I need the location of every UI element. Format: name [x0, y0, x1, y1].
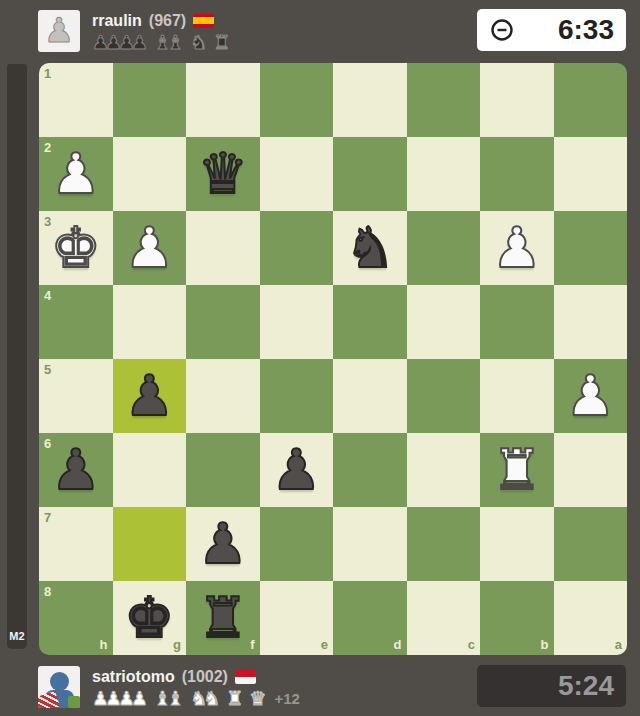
opponent-captured-pieces: ♟♟♟♟♝♝♞♜	[92, 31, 230, 53]
square-c8[interactable]: c	[407, 581, 481, 655]
captured-piece-group: ♞♞	[190, 687, 220, 709]
square-c4[interactable]	[407, 285, 481, 359]
square-c7[interactable]	[407, 507, 481, 581]
file-label-g: g	[173, 638, 181, 651]
rank-label-4: 4	[44, 289, 51, 302]
file-label-f: f	[250, 638, 254, 651]
chess-game-screen: ♟ rraulin (967) ♟♟♟♟♝♝♞♜ 6:33 M2 12♟♛3♚♟…	[0, 0, 640, 716]
square-e2[interactable]	[260, 137, 334, 211]
square-a7[interactable]	[554, 507, 628, 581]
online-status-badge	[68, 696, 80, 708]
captured-piece-group: ♜	[213, 31, 230, 53]
player-name-row[interactable]: satriotomo (1002)	[92, 667, 256, 687]
black-knight-d3[interactable]: ♞	[345, 216, 395, 280]
square-f2[interactable]: ♛	[186, 137, 260, 211]
rank-label-7: 7	[44, 511, 51, 524]
evaluation-bar: M2	[7, 64, 27, 649]
player-name: satriotomo	[92, 668, 175, 686]
square-g8[interactable]: g♚	[113, 581, 187, 655]
indonesia-flag-icon	[235, 670, 256, 684]
square-g6[interactable]	[113, 433, 187, 507]
file-label-c: c	[468, 638, 475, 651]
file-label-b: b	[541, 638, 549, 651]
square-c3[interactable]	[407, 211, 481, 285]
square-g3[interactable]: ♟	[113, 211, 187, 285]
captured-piece-group: ♜	[226, 687, 243, 709]
square-b7[interactable]	[480, 507, 554, 581]
square-d5[interactable]	[333, 359, 407, 433]
avatar-head	[50, 672, 69, 691]
square-d3[interactable]: ♞	[333, 211, 407, 285]
player-time: 5:24	[477, 670, 626, 702]
square-e1[interactable]	[260, 63, 334, 137]
file-label-e: e	[321, 638, 328, 651]
captured-piece-group: ♟♟♟♟	[92, 687, 148, 709]
black-pawn-e6[interactable]: ♟	[271, 438, 321, 502]
file-label-h: h	[100, 638, 108, 651]
square-b8[interactable]: b	[480, 581, 554, 655]
rank-label-5: 5	[44, 363, 51, 376]
opponent-avatar[interactable]: ♟	[38, 10, 80, 52]
black-pawn-g5[interactable]: ♟	[124, 364, 174, 428]
opponent-rating: (967)	[149, 12, 186, 30]
square-d8[interactable]: d	[333, 581, 407, 655]
spain-flag-icon	[193, 14, 214, 28]
white-pawn-a5[interactable]: ♟	[565, 364, 615, 428]
square-f1[interactable]	[186, 63, 260, 137]
rank-label-6: 6	[44, 437, 51, 450]
white-rook-b6[interactable]: ♜	[492, 438, 542, 502]
opponent-clock: 6:33	[477, 9, 626, 51]
square-a6[interactable]	[554, 433, 628, 507]
opponent-time: 6:33	[514, 14, 626, 46]
opponent-bar: ♟ rraulin (967) ♟♟♟♟♝♝♞♜ 6:33	[0, 0, 640, 60]
square-e6[interactable]: ♟	[260, 433, 334, 507]
player-captured-pieces: ♟♟♟♟♝♝♞♞♜♛+12	[92, 687, 300, 709]
captured-piece-group: ♝♝	[154, 687, 184, 709]
square-c1[interactable]	[407, 63, 481, 137]
rank-label-8: 8	[44, 585, 51, 598]
square-e3[interactable]	[260, 211, 334, 285]
square-f6[interactable]	[186, 433, 260, 507]
square-h3[interactable]: 3♚	[39, 211, 113, 285]
opponent-name-row[interactable]: rraulin (967)	[92, 11, 214, 31]
square-h8[interactable]: 8h	[39, 581, 113, 655]
chess-board: 12♟♛3♚♟♞♟45♟♟6♟♟♜7♟8hg♚f♜edcba	[39, 63, 627, 655]
square-f8[interactable]: f♜	[186, 581, 260, 655]
mate-in-label: M2	[7, 630, 27, 642]
square-e5[interactable]	[260, 359, 334, 433]
square-d7[interactable]	[333, 507, 407, 581]
square-f7[interactable]: ♟	[186, 507, 260, 581]
file-label-a: a	[615, 638, 622, 651]
captured-piece-group: ♟♟♟♟	[92, 31, 148, 53]
black-pawn-h6[interactable]: ♟	[51, 438, 101, 502]
black-king-g8[interactable]: ♚	[124, 586, 174, 650]
black-pawn-f7[interactable]: ♟	[198, 512, 248, 576]
square-e4[interactable]	[260, 285, 334, 359]
captured-piece-group: ♛	[249, 687, 266, 709]
captured-piece-group: ♝♝	[154, 31, 184, 53]
white-king-h3[interactable]: ♚	[51, 216, 101, 280]
square-c5[interactable]	[407, 359, 481, 433]
square-d4[interactable]	[333, 285, 407, 359]
square-d1[interactable]	[333, 63, 407, 137]
square-b6[interactable]: ♜	[480, 433, 554, 507]
square-a1[interactable]	[554, 63, 628, 137]
square-g1[interactable]	[113, 63, 187, 137]
square-h7[interactable]: 7	[39, 507, 113, 581]
player-bar: satriotomo (1002) ♟♟♟♟♝♝♞♞♜♛+12 5:24	[0, 656, 640, 716]
material-advantage: +12	[274, 690, 299, 707]
black-queen-f2[interactable]: ♛	[198, 142, 248, 206]
white-pawn-g3[interactable]: ♟	[124, 216, 174, 280]
square-h5[interactable]: 5	[39, 359, 113, 433]
square-e8[interactable]: e	[260, 581, 334, 655]
square-d2[interactable]	[333, 137, 407, 211]
square-f5[interactable]	[186, 359, 260, 433]
player-rating: (1002)	[182, 668, 228, 686]
square-g7[interactable]	[113, 507, 187, 581]
rank-label-1: 1	[44, 67, 51, 80]
square-g4[interactable]	[113, 285, 187, 359]
square-b5[interactable]	[480, 359, 554, 433]
square-c2[interactable]	[407, 137, 481, 211]
square-h1[interactable]: 1	[39, 63, 113, 137]
square-a8[interactable]: a	[554, 581, 628, 655]
white-pawn-h2[interactable]: ♟	[51, 142, 101, 206]
square-f3[interactable]	[186, 211, 260, 285]
file-label-d: d	[394, 638, 402, 651]
no-increment-icon	[490, 18, 514, 42]
square-a4[interactable]	[554, 285, 628, 359]
square-d6[interactable]	[333, 433, 407, 507]
player-clock: 5:24	[477, 665, 626, 707]
white-pawn-b3[interactable]: ♟	[492, 216, 542, 280]
square-b1[interactable]	[480, 63, 554, 137]
square-b3[interactable]: ♟	[480, 211, 554, 285]
square-f4[interactable]	[186, 285, 260, 359]
square-a5[interactable]: ♟	[554, 359, 628, 433]
square-g2[interactable]	[113, 137, 187, 211]
square-c6[interactable]	[407, 433, 481, 507]
square-e7[interactable]	[260, 507, 334, 581]
black-rook-f8[interactable]: ♜	[198, 586, 248, 650]
rank-label-3: 3	[44, 215, 51, 228]
square-a2[interactable]	[554, 137, 628, 211]
rank-label-2: 2	[44, 141, 51, 154]
square-b2[interactable]	[480, 137, 554, 211]
captured-piece-group: ♞	[190, 31, 207, 53]
square-a3[interactable]	[554, 211, 628, 285]
square-g5[interactable]: ♟	[113, 359, 187, 433]
white-pawn-avatar-icon: ♟	[38, 10, 80, 52]
opponent-name: rraulin	[92, 12, 142, 30]
square-b4[interactable]	[480, 285, 554, 359]
square-h6[interactable]: 6♟	[39, 433, 113, 507]
square-h4[interactable]: 4	[39, 285, 113, 359]
square-h2[interactable]: 2♟	[39, 137, 113, 211]
